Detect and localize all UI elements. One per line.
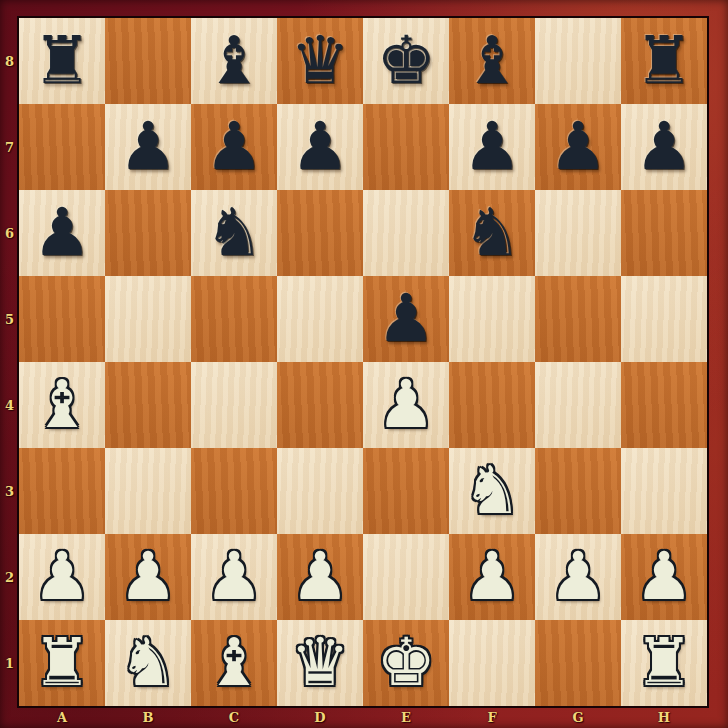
- square-c7[interactable]: ♟: [191, 104, 277, 190]
- white-pawn[interactable]: ♟: [376, 362, 435, 448]
- square-c2[interactable]: ♟: [191, 534, 277, 620]
- square-e4[interactable]: ♟: [363, 362, 449, 448]
- square-c4[interactable]: [191, 362, 277, 448]
- file-labels: ABCDEFGH: [19, 706, 707, 728]
- square-g7[interactable]: ♟: [535, 104, 621, 190]
- file-label-c: C: [191, 706, 277, 728]
- square-g3[interactable]: [535, 448, 621, 534]
- white-pawn[interactable]: ♟: [204, 534, 263, 620]
- square-h6[interactable]: [621, 190, 707, 276]
- square-b2[interactable]: ♟: [105, 534, 191, 620]
- chess-board[interactable]: ♜♝♛♚♝♜♟♟♟♟♟♟♟♞♞♟♝♟♞♟♟♟♟♟♟♟♜♞♝♛♚♜: [19, 18, 707, 706]
- rank-label-4: 4: [0, 362, 19, 448]
- black-king[interactable]: ♚: [376, 18, 435, 104]
- square-d7[interactable]: ♟: [277, 104, 363, 190]
- square-a5[interactable]: [19, 276, 105, 362]
- black-pawn[interactable]: ♟: [32, 190, 91, 276]
- square-g5[interactable]: [535, 276, 621, 362]
- square-b4[interactable]: [105, 362, 191, 448]
- square-a4[interactable]: ♝: [19, 362, 105, 448]
- square-f2[interactable]: ♟: [449, 534, 535, 620]
- square-d3[interactable]: [277, 448, 363, 534]
- square-g8[interactable]: [535, 18, 621, 104]
- white-pawn[interactable]: ♟: [548, 534, 607, 620]
- square-a3[interactable]: [19, 448, 105, 534]
- rank-label-8: 8: [0, 18, 19, 104]
- square-c8[interactable]: ♝: [191, 18, 277, 104]
- square-b7[interactable]: ♟: [105, 104, 191, 190]
- square-h8[interactable]: ♜: [621, 18, 707, 104]
- white-knight[interactable]: ♞: [462, 448, 521, 534]
- square-b6[interactable]: [105, 190, 191, 276]
- white-pawn[interactable]: ♟: [118, 534, 177, 620]
- file-label-d: D: [277, 706, 363, 728]
- white-pawn[interactable]: ♟: [462, 534, 521, 620]
- white-rook[interactable]: ♜: [32, 620, 91, 706]
- square-g2[interactable]: ♟: [535, 534, 621, 620]
- rank-label-3: 3: [0, 448, 19, 534]
- square-a8[interactable]: ♜: [19, 18, 105, 104]
- square-d4[interactable]: [277, 362, 363, 448]
- black-knight[interactable]: ♞: [204, 190, 263, 276]
- white-pawn[interactable]: ♟: [32, 534, 91, 620]
- square-g4[interactable]: [535, 362, 621, 448]
- white-pawn[interactable]: ♟: [634, 534, 693, 620]
- square-f6[interactable]: ♞: [449, 190, 535, 276]
- white-king[interactable]: ♚: [376, 620, 435, 706]
- square-c5[interactable]: [191, 276, 277, 362]
- square-c3[interactable]: [191, 448, 277, 534]
- square-b3[interactable]: [105, 448, 191, 534]
- square-g6[interactable]: [535, 190, 621, 276]
- white-bishop[interactable]: ♝: [32, 362, 91, 448]
- square-d8[interactable]: ♛: [277, 18, 363, 104]
- square-f1[interactable]: [449, 620, 535, 706]
- white-bishop[interactable]: ♝: [204, 620, 263, 706]
- black-pawn[interactable]: ♟: [204, 104, 263, 190]
- black-pawn[interactable]: ♟: [634, 104, 693, 190]
- square-e2[interactable]: [363, 534, 449, 620]
- rank-label-1: 1: [0, 620, 19, 706]
- white-rook[interactable]: ♜: [634, 620, 693, 706]
- square-h4[interactable]: [621, 362, 707, 448]
- square-e8[interactable]: ♚: [363, 18, 449, 104]
- square-d2[interactable]: ♟: [277, 534, 363, 620]
- white-knight[interactable]: ♞: [118, 620, 177, 706]
- square-e3[interactable]: [363, 448, 449, 534]
- square-a6[interactable]: ♟: [19, 190, 105, 276]
- file-label-b: B: [105, 706, 191, 728]
- square-a1[interactable]: ♜: [19, 620, 105, 706]
- file-label-e: E: [363, 706, 449, 728]
- square-f8[interactable]: ♝: [449, 18, 535, 104]
- square-a2[interactable]: ♟: [19, 534, 105, 620]
- square-h1[interactable]: ♜: [621, 620, 707, 706]
- black-rook[interactable]: ♜: [634, 18, 693, 104]
- square-d5[interactable]: [277, 276, 363, 362]
- square-h7[interactable]: ♟: [621, 104, 707, 190]
- square-b8[interactable]: [105, 18, 191, 104]
- black-queen[interactable]: ♛: [290, 18, 349, 104]
- file-label-a: A: [19, 706, 105, 728]
- square-h3[interactable]: [621, 448, 707, 534]
- board-frame: 87654321 ♜♝♛♚♝♜♟♟♟♟♟♟♟♞♞♟♝♟♞♟♟♟♟♟♟♟♜♞♝♛♚…: [0, 0, 728, 728]
- rank-label-2: 2: [0, 534, 19, 620]
- black-pawn[interactable]: ♟: [462, 104, 521, 190]
- square-e5[interactable]: ♟: [363, 276, 449, 362]
- white-queen[interactable]: ♛: [290, 620, 349, 706]
- white-pawn[interactable]: ♟: [290, 534, 349, 620]
- square-g1[interactable]: [535, 620, 621, 706]
- black-pawn[interactable]: ♟: [376, 276, 435, 362]
- rank-label-7: 7: [0, 104, 19, 190]
- square-e6[interactable]: [363, 190, 449, 276]
- square-c1[interactable]: ♝: [191, 620, 277, 706]
- black-pawn[interactable]: ♟: [548, 104, 607, 190]
- black-rook[interactable]: ♜: [32, 18, 91, 104]
- rank-label-5: 5: [0, 276, 19, 362]
- file-label-f: F: [449, 706, 535, 728]
- black-bishop[interactable]: ♝: [462, 18, 521, 104]
- square-f3[interactable]: ♞: [449, 448, 535, 534]
- square-c6[interactable]: ♞: [191, 190, 277, 276]
- black-bishop[interactable]: ♝: [204, 18, 263, 104]
- square-f7[interactable]: ♟: [449, 104, 535, 190]
- square-f5[interactable]: [449, 276, 535, 362]
- black-pawn[interactable]: ♟: [118, 104, 177, 190]
- square-e7[interactable]: [363, 104, 449, 190]
- rank-labels: 87654321: [0, 18, 19, 706]
- square-b1[interactable]: ♞: [105, 620, 191, 706]
- square-f4[interactable]: [449, 362, 535, 448]
- square-e1[interactable]: ♚: [363, 620, 449, 706]
- square-d6[interactable]: [277, 190, 363, 276]
- square-b5[interactable]: [105, 276, 191, 362]
- square-h2[interactable]: ♟: [621, 534, 707, 620]
- black-pawn[interactable]: ♟: [290, 104, 349, 190]
- file-label-g: G: [535, 706, 621, 728]
- rank-label-6: 6: [0, 190, 19, 276]
- black-knight[interactable]: ♞: [462, 190, 521, 276]
- square-h5[interactable]: [621, 276, 707, 362]
- file-label-h: H: [621, 706, 707, 728]
- square-d1[interactable]: ♛: [277, 620, 363, 706]
- square-a7[interactable]: [19, 104, 105, 190]
